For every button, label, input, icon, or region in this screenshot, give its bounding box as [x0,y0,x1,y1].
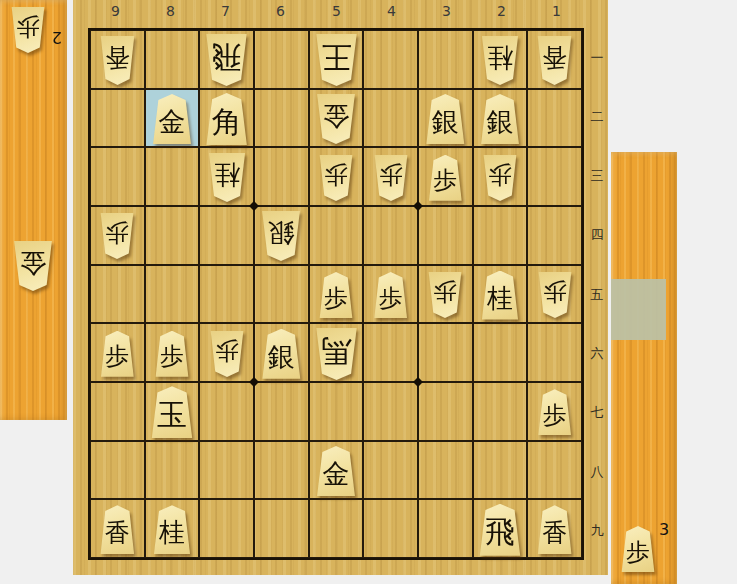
piece-gote-promoted-bishop-5六[interactable]: 馬 [313,328,360,380]
board-cell-5七[interactable] [309,382,364,441]
board-cell-7五[interactable] [199,265,254,324]
board-cell-2六[interactable] [473,323,528,382]
file-label-7: 7 [198,3,253,19]
board-cell-6一[interactable] [254,30,309,89]
piece-gote-rook-7一[interactable]: 飛 [203,34,250,86]
board-cell-2七[interactable] [473,382,528,441]
board-cell-8一[interactable] [145,30,200,89]
rank-label-1: 一 [585,49,609,67]
piece-face: 玉 [149,386,196,438]
board-cell-4二[interactable] [363,89,418,148]
piece-sente-silver-2二[interactable]: 銀 [478,94,522,144]
board-cell-3一[interactable] [418,30,473,89]
piece-face: 歩 [317,155,355,201]
hand-gote-gold[interactable]: 金 [11,241,55,291]
piece-face: 飛 [203,34,250,86]
piece-face: 歩 [536,389,574,435]
piece-sente-knight-2五[interactable]: 桂 [479,271,521,320]
piece-gote-silver-6四[interactable]: 銀 [259,211,303,261]
piece-face: 桂 [206,153,248,202]
board-cell-3七[interactable] [418,382,473,441]
piece-gote-knight-7三[interactable]: 桂 [206,153,248,202]
piece-face: 歩 [372,155,410,201]
board-cell-9二[interactable] [90,89,145,148]
piece-face: 歩 [317,272,355,318]
hand-count-gote-pawn: 2 [48,27,66,47]
piece-face: 歩 [536,272,574,318]
board-cell-1四[interactable] [527,206,582,265]
shogi-app: 歩2金 9 8 7 6 5 4 3 2 1 一 二 三 四 五 六 七 八 九 … [0,0,737,584]
piece-sente-pawn-9六[interactable]: 歩 [98,331,136,377]
piece-face: 桂 [479,271,521,320]
shogi-board: 9 8 7 6 5 4 3 2 1 一 二 三 四 五 六 七 八 九 香飛王桂… [73,0,608,575]
board-cell-6三[interactable] [254,147,309,206]
piece-face: 桂 [151,505,193,554]
piece-sente-silver-6六[interactable]: 銀 [259,329,303,379]
piece-sente-lance-9九[interactable]: 香 [98,505,137,554]
piece-gote-pawn-1五[interactable]: 歩 [536,272,574,318]
piece-gote-pawn-2三[interactable]: 歩 [481,155,519,201]
rank-label-6: 六 [585,345,609,363]
piece-sente-pawn-5五[interactable]: 歩 [317,272,355,318]
hand-gote-pawn[interactable]: 歩 [9,7,47,53]
board-cell-8三[interactable] [145,147,200,206]
board-cell-1八[interactable] [527,441,582,500]
piece-gote-lance-9一[interactable]: 香 [98,36,137,85]
board-cell-7九[interactable] [199,499,254,558]
board-cell-4四[interactable] [363,206,418,265]
hand-count-sente-pawn: 3 [655,520,673,540]
board-cell-1二[interactable] [527,89,582,148]
piece-face: 馬 [313,328,360,380]
piece-sente-pawn-3三[interactable]: 歩 [426,155,464,201]
piece-sente-silver-3二[interactable]: 銀 [423,94,467,144]
piece-face: 香 [98,505,137,554]
sente-tray-selected-slot[interactable] [611,279,666,340]
piece-sente-king-8七[interactable]: 玉 [149,386,196,438]
board-cell-6九[interactable] [254,499,309,558]
piece-face: 歩 [98,213,136,259]
piece-face: 角 [203,93,250,145]
piece-gote-pawn-4三[interactable]: 歩 [372,155,410,201]
board-cell-4七[interactable] [363,382,418,441]
piece-face: 歩 [98,331,136,377]
board-cell-3八[interactable] [418,441,473,500]
file-label-2: 2 [474,3,529,19]
sente-hand-tray: 歩3 [611,152,677,584]
board-cell-2八[interactable] [473,441,528,500]
rank-label-3: 三 [585,167,609,185]
piece-sente-gold-8二[interactable]: 金 [150,94,194,144]
piece-face: 歩 [153,331,191,377]
piece-face: 銀 [259,329,303,379]
board-cell-4八[interactable] [363,441,418,500]
board-cell-8五[interactable] [145,265,200,324]
board-cell-4六[interactable] [363,323,418,382]
board-cell-6二[interactable] [254,89,309,148]
piece-face: 銀 [423,94,467,144]
hand-sente-pawn[interactable]: 歩 [619,526,657,572]
file-label-1: 1 [529,3,584,19]
piece-face: 歩 [619,526,657,572]
board-cell-8八[interactable] [145,441,200,500]
piece-gote-lance-1一[interactable]: 香 [535,36,574,85]
board-cell-5四[interactable] [309,206,364,265]
board-cell-9八[interactable] [90,441,145,500]
piece-sente-lance-1九[interactable]: 香 [535,505,574,554]
board-grid: 香飛王桂香金角金銀銀桂歩歩歩歩歩銀歩歩歩桂歩歩歩歩銀馬玉歩金香桂飛香 [88,28,584,560]
piece-gote-pawn-9四[interactable]: 歩 [98,213,136,259]
piece-sente-pawn-8六[interactable]: 歩 [153,331,191,377]
piece-face: 金 [11,241,55,291]
piece-face: 歩 [481,155,519,201]
board-cell-7四[interactable] [199,206,254,265]
file-label-9: 9 [88,3,143,19]
board-cell-1六[interactable] [527,323,582,382]
rank-label-8: 八 [585,463,609,481]
piece-gote-king-5一[interactable]: 王 [313,34,360,86]
board-cell-7八[interactable] [199,441,254,500]
piece-face: 銀 [259,211,303,261]
piece-face: 歩 [9,7,47,53]
piece-gote-pawn-3五[interactable]: 歩 [426,272,464,318]
piece-sente-rook-2九[interactable]: 飛 [477,504,524,556]
board-cell-9五[interactable] [90,265,145,324]
piece-gote-gold-5二[interactable]: 金 [314,94,358,144]
piece-gote-pawn-5三[interactable]: 歩 [317,155,355,201]
piece-gote-knight-2一[interactable]: 桂 [479,36,521,85]
piece-face: 香 [535,36,574,85]
piece-face: 歩 [208,331,246,377]
piece-face: 香 [98,36,137,85]
rank-label-7: 七 [585,404,609,422]
piece-face: 金 [314,446,358,496]
piece-gote-pawn-7六[interactable]: 歩 [208,331,246,377]
board-cell-4九[interactable] [363,499,418,558]
file-label-6: 6 [253,3,308,19]
piece-face: 金 [314,94,358,144]
board-cell-6五[interactable] [254,265,309,324]
file-label-3: 3 [419,3,474,19]
board-cell-3九[interactable] [418,499,473,558]
piece-sente-bishop-7二[interactable]: 角 [203,93,250,145]
piece-sente-pawn-1七[interactable]: 歩 [536,389,574,435]
piece-sente-gold-5八[interactable]: 金 [314,446,358,496]
piece-face: 金 [150,94,194,144]
board-cell-9三[interactable] [90,147,145,206]
rank-label-5: 五 [585,286,609,304]
file-label-5: 5 [309,3,364,19]
piece-face: 歩 [426,155,464,201]
piece-sente-pawn-4五[interactable]: 歩 [372,272,410,318]
board-cell-9七[interactable] [90,382,145,441]
board-cell-8四[interactable] [145,206,200,265]
file-label-4: 4 [364,3,419,19]
piece-face: 飛 [477,504,524,556]
piece-face: 桂 [479,36,521,85]
piece-sente-knight-8九[interactable]: 桂 [151,505,193,554]
piece-face: 香 [535,505,574,554]
board-cell-5九[interactable] [309,499,364,558]
board-cell-6七[interactable] [254,382,309,441]
board-cell-1三[interactable] [527,147,582,206]
board-cell-4一[interactable] [363,30,418,89]
piece-face: 歩 [372,272,410,318]
board-cell-6八[interactable] [254,441,309,500]
board-cell-7七[interactable] [199,382,254,441]
piece-face: 銀 [478,94,522,144]
rank-label-2: 二 [585,108,609,126]
piece-face: 王 [313,34,360,86]
rank-label-9: 九 [585,522,609,540]
gote-hand-tray: 歩2金 [0,0,67,420]
piece-face: 歩 [426,272,464,318]
rank-label-4: 四 [585,226,609,244]
board-cell-2四[interactable] [473,206,528,265]
board-cell-3四[interactable] [418,206,473,265]
file-label-8: 8 [143,3,198,19]
board-cell-3六[interactable] [418,323,473,382]
